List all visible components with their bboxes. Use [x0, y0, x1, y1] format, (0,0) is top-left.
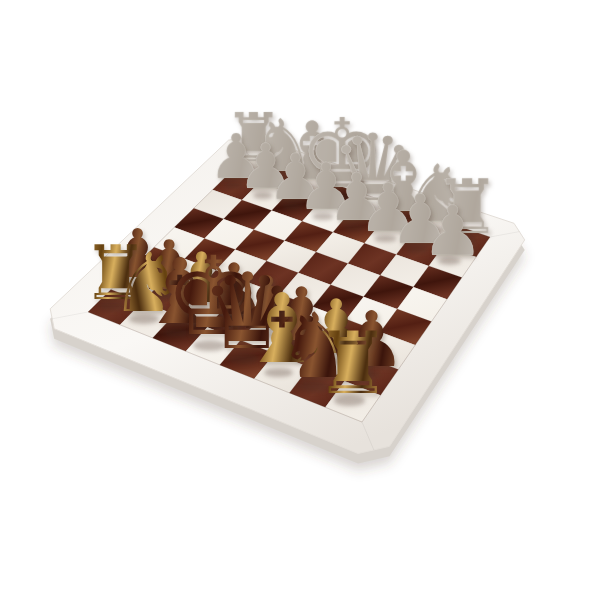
white-pawn-glyph: ♟ [422, 195, 484, 265]
black-rook-glyph: ♜ [315, 320, 392, 406]
chess-set-photo: ♜♞♟♝♟♚♟♛♟♝♟♞♟♜♟♟♟♟♜♟♞♟♝♟♚♟♛♟♝♟♞♜ [0, 0, 600, 600]
piece-black-rook[interactable]: ♜ [315, 320, 392, 406]
piece-white-pawn[interactable]: ♟ [422, 195, 484, 265]
